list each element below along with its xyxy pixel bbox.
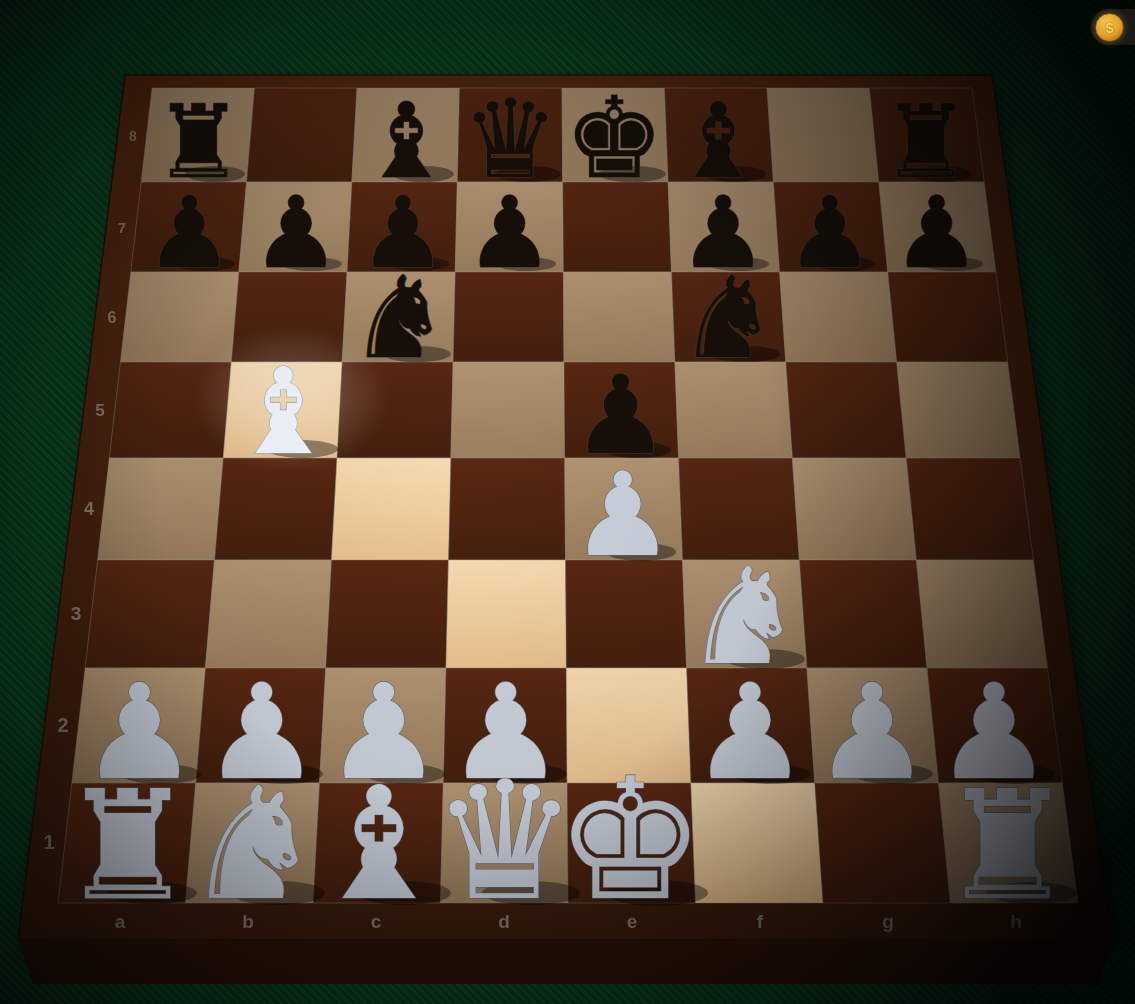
rank-label-7: 7 xyxy=(118,219,126,236)
square-g5[interactable] xyxy=(786,362,907,458)
rank-label-1: 1 xyxy=(43,830,55,853)
black-knight-f6[interactable]: ♞ xyxy=(677,252,778,384)
black-pawn-b7[interactable]: ♟ xyxy=(252,175,341,290)
square-h3[interactable] xyxy=(916,560,1047,668)
black-pawn-h7[interactable]: ♟ xyxy=(892,175,981,290)
square-g4[interactable] xyxy=(792,458,916,560)
square-d4[interactable] xyxy=(449,458,566,560)
square-a3[interactable] xyxy=(85,560,214,668)
white-rook-h1[interactable]: ♜ xyxy=(940,758,1075,934)
white-bishop-b5[interactable]: ♝ xyxy=(230,343,337,481)
board-frame-front xyxy=(18,940,1112,984)
rank-label-5: 5 xyxy=(95,401,104,420)
square-g3[interactable] xyxy=(799,560,927,668)
coin-icon: $ xyxy=(1095,13,1124,42)
square-a4[interactable] xyxy=(98,458,224,560)
square-b8[interactable] xyxy=(247,88,358,182)
rank-label-6: 6 xyxy=(108,309,117,326)
square-c3[interactable] xyxy=(326,560,449,668)
square-e6[interactable] xyxy=(563,272,675,362)
black-knight-c6[interactable]: ♞ xyxy=(349,252,450,384)
square-h4[interactable] xyxy=(906,458,1033,560)
square-b3[interactable] xyxy=(205,560,331,668)
white-rook-a1[interactable]: ♜ xyxy=(60,758,195,934)
white-pawn-f2[interactable]: ♟ xyxy=(691,655,809,809)
rank-label-4: 4 xyxy=(84,499,94,519)
rank-label-2: 2 xyxy=(57,714,68,736)
square-g8[interactable] xyxy=(767,88,879,182)
square-d3[interactable] xyxy=(446,560,566,668)
file-label-f: f xyxy=(757,911,764,932)
file-label-g: g xyxy=(882,911,894,932)
chess-app-window: { "game": "chess", "view": "3d-perspecti… xyxy=(0,0,1135,1004)
white-king-e1[interactable]: ♚ xyxy=(555,742,706,938)
black-king-e8[interactable]: ♚ xyxy=(564,73,664,203)
black-pawn-g7[interactable]: ♟ xyxy=(786,175,875,290)
square-c4[interactable] xyxy=(332,458,451,560)
white-knight-b1[interactable]: ♞ xyxy=(183,753,323,935)
black-pawn-d7[interactable]: ♟ xyxy=(465,175,554,290)
black-pawn-a7[interactable]: ♟ xyxy=(145,175,234,290)
rank-label-8: 8 xyxy=(129,128,137,144)
coins-indicator[interactable]: $ xyxy=(1091,9,1135,45)
white-bishop-c1[interactable]: ♝ xyxy=(309,753,449,935)
coin-symbol: $ xyxy=(1106,21,1114,35)
square-d5[interactable] xyxy=(451,362,565,458)
rank-label-3: 3 xyxy=(71,603,82,624)
white-pawn-g2[interactable]: ♟ xyxy=(813,655,931,809)
square-h5[interactable] xyxy=(897,362,1020,458)
chessboard-3d: abcdefgh87654321♜♝♛♚♝♜♟♟♟♟♟♟♟♞♞♟♝♟♞♟♟♟♟♟… xyxy=(0,0,1135,1004)
table-scene: abcdefgh87654321♜♝♛♚♝♜♟♟♟♟♟♟♟♞♞♟♝♟♞♟♟♟♟♟… xyxy=(0,0,1135,1004)
white-pawn-e4[interactable]: ♟ xyxy=(571,447,675,582)
